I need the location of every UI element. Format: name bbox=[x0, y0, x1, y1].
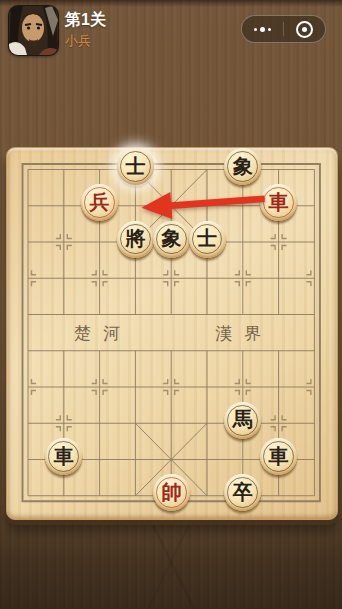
wechat-capsule bbox=[241, 15, 326, 43]
piece-glyph: 馬 bbox=[233, 409, 253, 429]
piece-black-elephant[interactable]: 象 bbox=[153, 221, 190, 258]
river-label-right: 漢界 bbox=[215, 324, 273, 343]
exit-button[interactable] bbox=[284, 16, 325, 42]
player-name: 小兵 bbox=[65, 32, 106, 49]
piece-glyph: 車 bbox=[269, 192, 289, 212]
piece-glyph: 象 bbox=[233, 156, 253, 176]
avatar-portrait bbox=[9, 6, 58, 55]
piece-glyph: 兵 bbox=[90, 192, 110, 212]
piece-red-general[interactable]: 帥 bbox=[153, 474, 190, 511]
piece-black-general[interactable]: 將 bbox=[117, 221, 154, 258]
target-circle-icon bbox=[296, 21, 313, 38]
piece-glyph: 卒 bbox=[233, 482, 253, 502]
piece-glyph: 象 bbox=[161, 228, 181, 248]
piece-glyph: 士 bbox=[197, 228, 217, 248]
river-label-left: 楚河 bbox=[74, 324, 132, 343]
level-title: 第1关 bbox=[65, 10, 106, 30]
piece-glyph: 將 bbox=[125, 228, 145, 248]
avatar bbox=[8, 5, 59, 56]
piece-black-advisor[interactable]: 士 bbox=[189, 221, 226, 258]
piece-glyph: 士 bbox=[125, 156, 145, 176]
piece-glyph: 車 bbox=[54, 446, 74, 466]
piece-black-chariot[interactable]: 車 bbox=[260, 438, 297, 475]
piece-black-horse[interactable]: 馬 bbox=[224, 402, 261, 439]
more-options-button[interactable] bbox=[242, 16, 283, 42]
piece-glyph: 車 bbox=[269, 446, 289, 466]
piece-glyph: 帥 bbox=[161, 482, 181, 502]
more-dots-icon bbox=[254, 27, 271, 32]
piece-black-advisor[interactable]: 士 bbox=[117, 148, 154, 185]
xiangqi-board[interactable]: 楚河漢界 士象兵車將象士馬車車帥卒 bbox=[6, 147, 338, 520]
header: 第1关 小兵 bbox=[0, 0, 342, 62]
